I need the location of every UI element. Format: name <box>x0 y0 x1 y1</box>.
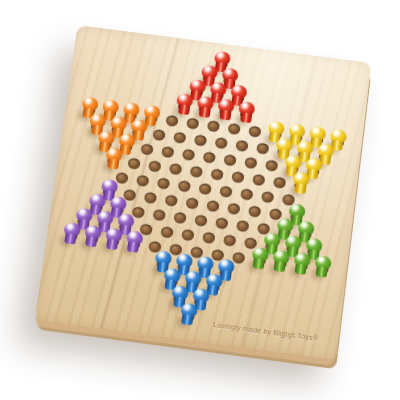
peg-red[interactable] <box>237 101 255 123</box>
board-hole[interactable] <box>269 254 292 273</box>
peg-purple[interactable] <box>83 225 102 248</box>
hole-opening <box>248 205 261 217</box>
hole-opening <box>202 151 215 163</box>
peg-purple[interactable] <box>62 222 81 245</box>
hole-opening <box>165 115 178 127</box>
hole-opening <box>144 192 157 204</box>
board-hole[interactable] <box>102 152 125 170</box>
hole-opening <box>169 163 182 175</box>
board-hole[interactable] <box>122 235 145 254</box>
hole-opening <box>152 129 165 141</box>
hole-opening <box>215 137 228 149</box>
hole-opening <box>185 197 198 209</box>
hole-opening <box>181 229 194 242</box>
hole-opening <box>219 185 232 197</box>
hole-opening <box>202 232 215 245</box>
peg-red[interactable] <box>175 93 193 115</box>
board-hole[interactable] <box>101 232 124 251</box>
board-hole[interactable] <box>59 227 82 246</box>
hole-opening <box>260 191 273 203</box>
hole-opening <box>161 146 174 158</box>
hole-opening <box>215 217 228 229</box>
hole-opening <box>194 214 207 226</box>
peg-purple[interactable] <box>104 227 123 250</box>
hole-opening <box>140 143 153 155</box>
hole-opening <box>152 209 165 221</box>
hole-opening <box>256 142 269 154</box>
hole-opening <box>173 132 186 144</box>
hole-opening <box>231 171 244 183</box>
hole-opening <box>236 220 249 232</box>
peg-grid <box>50 39 356 343</box>
peg-green[interactable] <box>271 249 290 272</box>
hole-opening <box>223 154 236 166</box>
board-hole[interactable] <box>176 307 199 326</box>
peg-green[interactable] <box>313 255 332 278</box>
peg-red[interactable] <box>216 98 234 120</box>
peg-yellow[interactable] <box>291 172 309 195</box>
hole-opening <box>273 177 286 189</box>
hole-opening <box>198 183 211 195</box>
hole-opening <box>194 134 207 146</box>
board-hole[interactable] <box>290 257 313 276</box>
peg-green[interactable] <box>292 252 311 275</box>
hole-opening <box>148 160 161 172</box>
peg-green[interactable] <box>250 247 269 270</box>
hole-opening <box>210 168 223 180</box>
hole-opening <box>206 200 219 212</box>
board-hole[interactable] <box>248 251 271 270</box>
peg-orange[interactable] <box>104 147 123 170</box>
hole-opening <box>190 166 203 178</box>
hole-opening <box>235 140 248 152</box>
hole-opening <box>156 177 169 189</box>
hole-opening <box>227 203 240 215</box>
board-hole[interactable] <box>80 229 103 248</box>
board-hole[interactable] <box>311 260 334 279</box>
hole-opening <box>177 180 190 192</box>
peg-red[interactable] <box>196 96 214 118</box>
hole-opening <box>240 188 253 200</box>
peg-purple[interactable] <box>124 230 143 253</box>
hole-opening <box>173 212 186 224</box>
hole-opening <box>265 159 278 171</box>
hole-opening <box>160 226 173 238</box>
hole-opening <box>206 120 219 132</box>
hole-opening <box>181 149 194 161</box>
hole-opening <box>136 175 149 187</box>
hole-opening <box>127 158 140 170</box>
photo-background: Lovingly made by Bigjigs Toys® <box>0 0 400 400</box>
hole-opening <box>248 125 261 137</box>
hole-opening <box>252 174 265 186</box>
hole-opening <box>227 123 240 135</box>
peg-blue[interactable] <box>179 302 198 325</box>
hole-opening <box>186 117 199 129</box>
hole-opening <box>165 194 178 206</box>
hole-opening <box>244 157 257 169</box>
hole-opening <box>223 234 236 247</box>
chinese-checkers-board: Lovingly made by Bigjigs Toys® <box>35 25 372 360</box>
